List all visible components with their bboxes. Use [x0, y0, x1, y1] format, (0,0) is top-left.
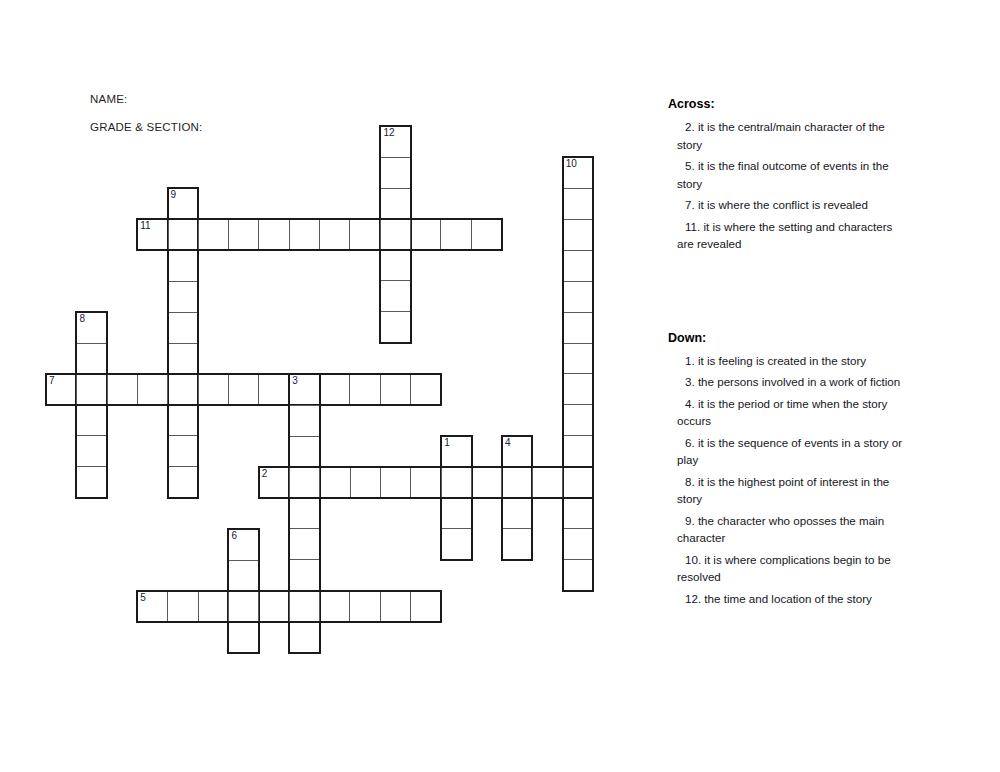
cell-r8-c17[interactable] [564, 373, 592, 404]
cell-r9-c8[interactable] [290, 405, 318, 436]
cell-r2-c17[interactable] [564, 188, 592, 219]
clue-down-1: 1. it is feeling is created in the story [664, 352, 964, 370]
cell-r8-c11[interactable] [380, 375, 410, 404]
cell-r3-c12[interactable] [410, 220, 440, 249]
cell-r16-c8[interactable] [290, 621, 318, 652]
cell-r8-c8[interactable] [290, 375, 318, 405]
cell-r3-c3[interactable] [138, 220, 167, 249]
crossword-board: 121091187314265 [46, 126, 593, 653]
cell-r3-c9[interactable] [319, 220, 349, 249]
cell-r3-c13[interactable] [440, 220, 470, 249]
cell-r11-c9[interactable] [319, 468, 349, 497]
cell-r15-c10[interactable] [349, 592, 379, 621]
clue-across-7: 7. it is where the conflict is revealed [664, 196, 964, 214]
cell-r8-c7[interactable] [258, 375, 288, 404]
cell-r2-c4[interactable] [169, 189, 197, 219]
cell-r13-c15[interactable] [503, 528, 531, 559]
cell-r13-c13[interactable] [442, 528, 470, 559]
cell-r15-c11[interactable] [380, 592, 410, 621]
cell-r11-c10[interactable] [350, 468, 380, 497]
cell-r12-c8[interactable] [290, 498, 318, 529]
clues-panel: Across: 2. it is the central/main charac… [664, 97, 964, 611]
cell-r9-c4[interactable] [169, 404, 197, 435]
cell-r10-c4[interactable] [169, 435, 197, 466]
cell-r6-c17[interactable] [564, 312, 592, 343]
clue-across-5: 5. it is the final outcome of events in … [664, 157, 964, 192]
cell-r6-c4[interactable] [169, 312, 197, 343]
cell-r3-c17[interactable] [564, 219, 592, 250]
cell-r8-c5[interactable] [198, 375, 228, 404]
cell-r11-c7[interactable] [260, 468, 289, 497]
cell-r3-c8[interactable] [289, 220, 319, 249]
down-heading: Down: [668, 331, 964, 346]
cell-r8-c3[interactable] [137, 375, 167, 404]
cell-r11-c12[interactable] [410, 468, 440, 497]
cell-r11-c11[interactable] [380, 468, 410, 497]
cell-r15-c3[interactable] [138, 592, 167, 621]
cell-r11-c15[interactable] [501, 468, 531, 497]
cell-r15-c4[interactable] [167, 592, 197, 621]
cell-r8-c4[interactable] [167, 375, 197, 404]
cell-r11-c14[interactable] [471, 468, 501, 497]
cell-r6-c1[interactable] [77, 313, 105, 343]
clue-across-11: 11. it is where the setting and characte… [664, 218, 964, 253]
cell-r4-c11[interactable] [381, 249, 409, 280]
cell-r7-c1[interactable] [77, 343, 105, 374]
entry-10-down [562, 156, 594, 592]
cell-r3-c11[interactable] [380, 220, 410, 249]
cell-r15-c12[interactable] [410, 592, 440, 621]
cell-r10-c1[interactable] [77, 435, 105, 466]
cell-r5-c11[interactable] [381, 280, 409, 311]
cell-r11-c13[interactable] [441, 468, 471, 497]
cell-r11-c4[interactable] [169, 466, 197, 497]
cell-r8-c0[interactable] [47, 375, 76, 404]
cell-r15-c8[interactable] [289, 592, 319, 621]
clue-down-10: 10. it is where complications begin to b… [664, 551, 964, 586]
clue-down-9: 9. the character who oposses the main ch… [664, 512, 964, 547]
entry-11-across [136, 218, 503, 251]
cell-r5-c17[interactable] [564, 281, 592, 312]
cell-r13-c8[interactable] [290, 528, 318, 559]
cell-r13-c6[interactable] [229, 530, 257, 560]
entry-2-across [258, 466, 594, 499]
cell-r14-c6[interactable] [229, 560, 257, 591]
cell-r10-c13[interactable] [442, 437, 470, 467]
entry-5-across [136, 590, 442, 623]
cell-r3-c14[interactable] [471, 220, 501, 249]
cell-r2-c11[interactable] [381, 188, 409, 219]
cell-r11-c16[interactable] [532, 468, 562, 497]
cell-r1-c17[interactable] [564, 158, 592, 188]
cell-r1-c11[interactable] [381, 157, 409, 188]
cell-r15-c9[interactable] [319, 592, 349, 621]
cell-r16-c6[interactable] [229, 621, 257, 652]
cell-r9-c17[interactable] [564, 404, 592, 435]
cell-r9-c1[interactable] [77, 404, 105, 435]
cell-r8-c6[interactable] [228, 375, 258, 404]
cell-r14-c17[interactable] [564, 559, 592, 590]
cell-r4-c17[interactable] [564, 250, 592, 281]
cell-r8-c10[interactable] [349, 375, 379, 404]
cell-r7-c17[interactable] [564, 343, 592, 374]
clue-down-8: 8. it is the highest point of interest i… [664, 473, 964, 508]
cell-r8-c1[interactable] [76, 375, 106, 404]
cell-r3-c10[interactable] [349, 220, 379, 249]
cell-r12-c13[interactable] [442, 498, 470, 529]
cell-r13-c17[interactable] [564, 528, 592, 559]
entry-7-across [45, 373, 442, 406]
cell-r10-c8[interactable] [290, 436, 318, 467]
cell-r8-c12[interactable] [410, 375, 440, 404]
clue-down-3: 3. the persons involved in a work of fic… [664, 373, 964, 391]
cell-r5-c4[interactable] [169, 281, 197, 312]
cell-r14-c8[interactable] [290, 559, 318, 590]
cell-r15-c7[interactable] [258, 592, 288, 621]
name-label: NAME: [90, 93, 127, 105]
cell-r3-c7[interactable] [258, 220, 288, 249]
cell-r3-c6[interactable] [228, 220, 258, 249]
clue-across-2: 2. it is the central/main character of t… [664, 118, 964, 153]
cell-r8-c2[interactable] [107, 375, 137, 404]
cell-r12-c17[interactable] [564, 497, 592, 528]
cell-r8-c9[interactable] [319, 375, 349, 404]
across-heading: Across: [668, 97, 964, 112]
cell-r4-c4[interactable] [169, 250, 197, 281]
clue-down-12: 12. the time and location of the story [664, 590, 964, 608]
cell-r11-c1[interactable] [77, 466, 105, 497]
clue-down-4: 4. it is the period or time when the sto… [664, 395, 964, 430]
cell-r7-c4[interactable] [169, 343, 197, 374]
cell-r15-c5[interactable] [198, 592, 228, 621]
cell-r12-c15[interactable] [503, 498, 531, 529]
cell-r6-c11[interactable] [381, 311, 409, 342]
cell-r3-c4[interactable] [168, 220, 198, 249]
cell-r11-c8[interactable] [289, 468, 319, 497]
cell-r11-c17[interactable] [562, 468, 592, 497]
clue-down-6: 6. it is the sequence of events in a sto… [664, 434, 964, 469]
cell-r3-c5[interactable] [198, 220, 228, 249]
cell-r10-c15[interactable] [503, 437, 531, 467]
cell-r0-c11[interactable] [381, 127, 409, 157]
cell-r10-c17[interactable] [564, 435, 592, 466]
cell-r15-c6[interactable] [228, 592, 258, 621]
